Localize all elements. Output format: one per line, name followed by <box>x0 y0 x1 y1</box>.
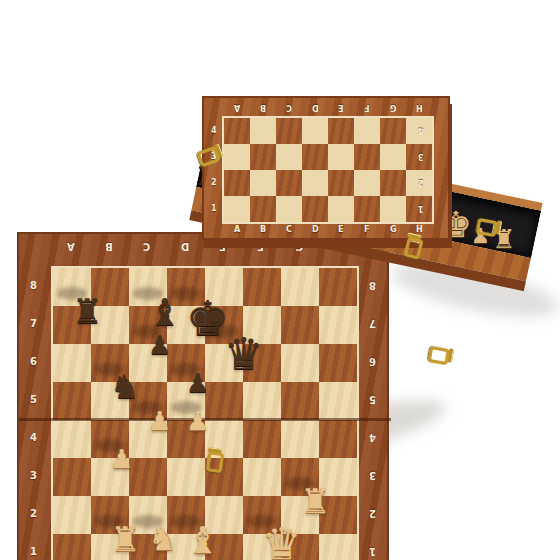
lid-square <box>380 118 406 144</box>
board-frame: 87654321ABCDEFGHABCDEFGH87654321♜♝♚♛♟♞♟♟… <box>17 232 389 560</box>
lid-rank-label-right-4: 4 <box>418 126 424 135</box>
lid-square <box>380 144 406 170</box>
lid-square <box>302 196 328 222</box>
board-right-clasp <box>432 346 454 363</box>
lid-file-label-A: A <box>234 225 240 234</box>
rank-label-right-4: 4 <box>369 432 376 443</box>
lid-square <box>224 196 250 222</box>
lid-square <box>250 144 276 170</box>
square-h1[interactable] <box>319 534 357 560</box>
white-bishop-glyph[interactable]: ♝ <box>186 522 219 559</box>
lid-file-label-top-B: B <box>260 103 266 112</box>
lid-square <box>250 170 276 196</box>
square-a4[interactable] <box>53 420 91 458</box>
lid-square <box>276 144 302 170</box>
lid-square <box>250 196 276 222</box>
scene: 87654321ABCDEFGHABCDEFGH87654321♜♝♚♛♟♞♟♟… <box>0 0 560 560</box>
white-pawn-glyph[interactable]: ♟ <box>110 446 133 472</box>
lid-square <box>328 144 354 170</box>
rank-label-left-4: 4 <box>30 432 37 443</box>
lid-rank-label-right-1: 1 <box>418 204 424 213</box>
square-f4[interactable] <box>243 420 281 458</box>
rank-label-left-3: 3 <box>30 470 37 481</box>
square-f8[interactable] <box>243 268 281 306</box>
white-rook-glyph[interactable]: ♜ <box>300 484 330 518</box>
lid-file-label-C: C <box>286 225 292 234</box>
rank-label-left-2: 2 <box>30 508 37 519</box>
box-lid: AABBCCDDEEFFGGHH11223344 <box>202 96 450 240</box>
square-h6[interactable] <box>319 344 357 382</box>
lid-file-label-H: H <box>416 225 423 234</box>
square-h8[interactable] <box>319 268 357 306</box>
rank-label-left-7: 7 <box>30 318 37 329</box>
square-a3[interactable] <box>53 458 91 496</box>
black-knight-glyph[interactable]: ♞ <box>110 370 140 403</box>
file-label-top-C: C <box>143 241 150 252</box>
lid-file-label-B: B <box>260 225 266 234</box>
white-queen-glyph[interactable]: ♛ <box>262 522 301 560</box>
square-g4[interactable] <box>281 420 319 458</box>
lid-file-label-top-G: G <box>390 103 397 112</box>
rank-label-left-5: 5 <box>30 394 37 405</box>
lid-file-label-top-D: D <box>312 103 319 112</box>
square-g5[interactable] <box>281 382 319 420</box>
lid-square <box>224 144 250 170</box>
white-pawn-glyph[interactable]: ♟ <box>148 408 171 434</box>
square-g8[interactable] <box>281 268 319 306</box>
lid-square <box>354 170 380 196</box>
square-a1[interactable] <box>53 534 91 560</box>
square-d3[interactable] <box>167 458 205 496</box>
rank-label-right-1: 1 <box>369 546 376 557</box>
chessboard: 87654321ABCDEFGHABCDEFGH87654321♜♝♚♛♟♞♟♟… <box>17 232 389 560</box>
lid-file-label-E: E <box>338 225 343 234</box>
white-pawn-glyph[interactable]: ♟ <box>186 408 209 434</box>
lid-file-label-top-E: E <box>338 103 343 112</box>
lid-square <box>302 118 328 144</box>
square-e5[interactable] <box>205 382 243 420</box>
lid-square <box>354 196 380 222</box>
lid-square <box>328 170 354 196</box>
lid-square <box>302 170 328 196</box>
lid-file-label-F: F <box>364 225 369 234</box>
square-f3[interactable] <box>243 458 281 496</box>
clasp-ring <box>476 218 498 237</box>
square-h5[interactable] <box>319 382 357 420</box>
square-c3[interactable] <box>129 458 167 496</box>
box-right-clasp <box>480 218 502 235</box>
clasp-ring <box>206 451 225 473</box>
lid-rank-label-right-3: 3 <box>418 152 424 161</box>
lid-rank-label-left-4: 4 <box>211 126 217 135</box>
lid-file-label-G: G <box>390 225 397 234</box>
lid-square <box>328 118 354 144</box>
rank-label-right-6: 6 <box>369 356 376 367</box>
square-h4[interactable] <box>319 420 357 458</box>
square-g6[interactable] <box>281 344 319 382</box>
lid-square <box>224 118 250 144</box>
white-rook-glyph[interactable]: ♜ <box>110 522 140 556</box>
clasp-ring <box>428 346 450 365</box>
lid-square <box>380 196 406 222</box>
lid-file-label-top-F: F <box>364 103 369 112</box>
lid-square <box>328 196 354 222</box>
rank-label-right-8: 8 <box>369 280 376 291</box>
square-g7[interactable] <box>281 306 319 344</box>
rank-label-left-8: 8 <box>30 280 37 291</box>
black-queen-glyph[interactable]: ♛ <box>224 332 263 376</box>
rank-label-right-5: 5 <box>369 394 376 405</box>
file-label-top-B: B <box>105 241 113 252</box>
lid-rank-label-right-2: 2 <box>418 178 424 187</box>
lid-square <box>354 144 380 170</box>
rank-label-right-2: 2 <box>369 508 376 519</box>
white-knight-glyph[interactable]: ♞ <box>148 522 178 555</box>
lid-frame: AABBCCDDEEFFGGHH11223344 <box>202 96 450 240</box>
rank-label-left-1: 1 <box>30 546 37 557</box>
black-pawn-glyph[interactable]: ♟ <box>148 332 171 358</box>
square-a5[interactable] <box>53 382 91 420</box>
black-pawn-glyph[interactable]: ♟ <box>186 370 209 396</box>
lid-file-label-top-C: C <box>286 103 292 112</box>
square-a2[interactable] <box>53 496 91 534</box>
file-label-top-D: D <box>181 241 189 252</box>
black-rook-glyph[interactable]: ♜ <box>72 294 102 328</box>
lid-file-label-top-A: A <box>234 103 240 112</box>
rank-label-left-6: 6 <box>30 356 37 367</box>
lid-square <box>302 144 328 170</box>
lid-file-label-top-H: H <box>416 103 423 112</box>
lid-file-label-D: D <box>312 225 319 234</box>
lid-square <box>250 118 276 144</box>
box-front-latch <box>403 232 421 255</box>
file-label-top-A: A <box>67 241 75 252</box>
board-front-clasp <box>205 447 222 469</box>
square-a6[interactable] <box>53 344 91 382</box>
lid-board-grid <box>224 118 432 222</box>
lid-rank-label-left-2: 2 <box>211 178 217 187</box>
rank-label-right-7: 7 <box>369 318 376 329</box>
lid-square <box>354 118 380 144</box>
lid-square <box>276 196 302 222</box>
lid-square <box>276 118 302 144</box>
square-f5[interactable] <box>243 382 281 420</box>
lid-rank-label-left-1: 1 <box>211 204 217 213</box>
lid-square <box>224 170 250 196</box>
rank-label-right-3: 3 <box>369 470 376 481</box>
lid-square <box>380 170 406 196</box>
square-h7[interactable] <box>319 306 357 344</box>
lid-square <box>276 170 302 196</box>
